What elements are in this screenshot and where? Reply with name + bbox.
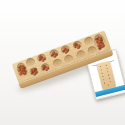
stone	[53, 54, 56, 57]
stone	[23, 72, 26, 75]
pit-front-1	[28, 66, 40, 78]
stone	[102, 44, 105, 47]
pit-front-2	[40, 62, 52, 74]
leaflet-stone-dots	[99, 66, 101, 68]
pit-front-5	[75, 49, 87, 61]
stone	[33, 72, 36, 75]
pit-front-4	[63, 53, 75, 65]
stone	[98, 46, 101, 49]
product-photo: KALAHA	[0, 0, 125, 125]
leaflet-board-image	[96, 61, 116, 91]
pit-front-3	[52, 58, 64, 70]
stone	[76, 46, 79, 49]
